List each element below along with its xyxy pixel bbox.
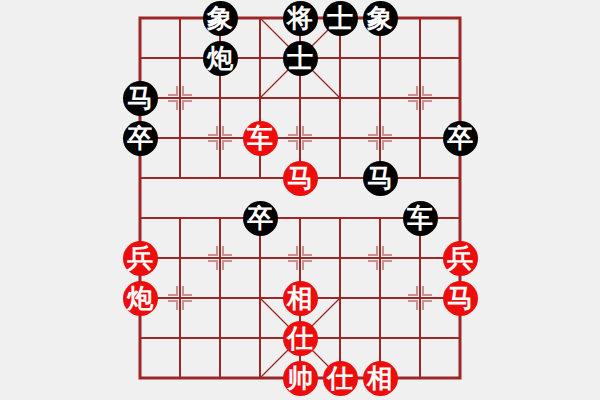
- black-elephant[interactable]: 象: [363, 1, 398, 36]
- red-pawn[interactable]: 兵: [443, 241, 478, 276]
- red-elephant[interactable]: 相: [283, 281, 318, 316]
- black-horse[interactable]: 马: [363, 161, 398, 196]
- black-cannon[interactable]: 炮: [203, 41, 238, 76]
- red-general[interactable]: 帅: [283, 361, 318, 396]
- red-cannon[interactable]: 炮: [123, 281, 158, 316]
- black-general[interactable]: 将: [283, 1, 318, 36]
- black-advisor[interactable]: 士: [283, 41, 318, 76]
- xiangqi-game-screen: 象将士象炮士马卒车卒马马卒车兵兵炮相马仕帅仕相: [0, 0, 600, 400]
- red-advisor[interactable]: 仕: [283, 321, 318, 356]
- black-horse[interactable]: 马: [123, 81, 158, 116]
- black-pawn[interactable]: 卒: [443, 121, 478, 156]
- red-pawn[interactable]: 兵: [123, 241, 158, 276]
- xiangqi-board[interactable]: 象将士象炮士马卒车卒马马卒车兵兵炮相马仕帅仕相: [120, 0, 480, 398]
- black-advisor[interactable]: 士: [323, 1, 358, 36]
- red-chariot[interactable]: 车: [243, 121, 278, 156]
- red-advisor[interactable]: 仕: [323, 361, 358, 396]
- black-chariot[interactable]: 车: [403, 201, 438, 236]
- black-pawn[interactable]: 卒: [123, 121, 158, 156]
- red-horse[interactable]: 马: [443, 281, 478, 316]
- red-horse[interactable]: 马: [283, 161, 318, 196]
- red-elephant[interactable]: 相: [363, 361, 398, 396]
- black-pawn[interactable]: 卒: [243, 201, 278, 236]
- black-elephant[interactable]: 象: [203, 1, 238, 36]
